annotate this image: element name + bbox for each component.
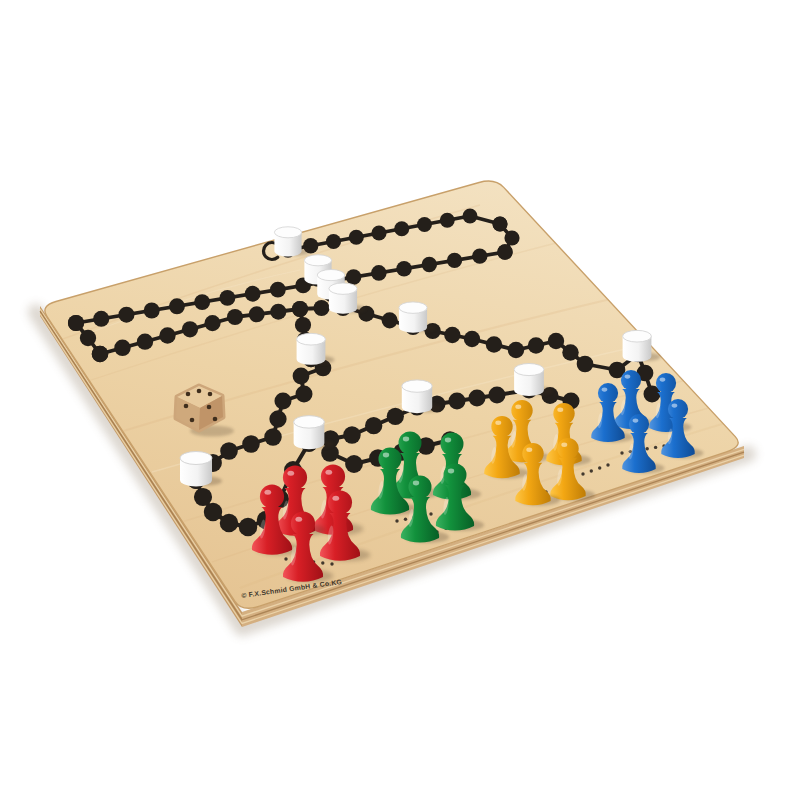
track-dot [137, 333, 153, 349]
track-dot [93, 311, 109, 327]
track-dot [486, 336, 502, 352]
pawn-highlight [633, 418, 639, 422]
start-dotted-line [395, 519, 398, 522]
die-pip [197, 389, 202, 394]
track-dot [508, 342, 524, 358]
barricade-top [399, 302, 427, 313]
pawn-head [491, 416, 512, 437]
track-dot [528, 337, 544, 353]
track-dot [497, 244, 512, 259]
track-dot [371, 265, 387, 281]
pawn-highlight [602, 387, 608, 391]
barricade-top [180, 452, 212, 465]
pawn-head [557, 438, 578, 459]
track-dot [245, 286, 261, 302]
track-dot [345, 455, 363, 473]
track-dot [293, 368, 310, 385]
pawn-head [629, 414, 649, 434]
track-dot [114, 340, 130, 356]
track-dot [249, 306, 265, 322]
track-dot [371, 225, 386, 240]
track-dot [447, 253, 462, 268]
track-dot [80, 330, 96, 346]
die-pip [186, 392, 191, 397]
pawn-head [598, 383, 618, 403]
track-dot [220, 514, 238, 532]
start-dotted-line [598, 466, 601, 469]
track-dot [468, 389, 485, 406]
barricade-top [623, 330, 652, 342]
track-dot [417, 217, 432, 232]
track-dot [239, 518, 258, 537]
barricade-board-photo: © F.X.Schmid GmbH & Co.KG [0, 0, 800, 800]
track-dot [92, 346, 109, 363]
track-dot [314, 300, 330, 316]
track-dot [274, 392, 291, 409]
track-dot [463, 209, 478, 224]
pawn-highlight [445, 438, 451, 443]
start-dotted-line [606, 463, 609, 466]
track-dot [387, 408, 404, 425]
track-dot [346, 269, 362, 285]
pawn-highlight [413, 481, 419, 486]
track-dot [365, 417, 382, 434]
start-dotted-line [646, 447, 649, 450]
start-dotted-line [404, 518, 407, 521]
pawn-head [260, 484, 284, 508]
track-dot [444, 327, 460, 343]
barricade-top [317, 269, 345, 280]
barricade-top [294, 416, 325, 428]
barricade-top [329, 283, 357, 294]
pawn-head [409, 476, 432, 499]
pawn-highlight [448, 469, 454, 474]
start-dotted-line [581, 472, 584, 475]
die-pip [208, 392, 213, 397]
track-dot [422, 257, 437, 272]
track-dot [270, 304, 286, 320]
track-dot [394, 221, 409, 236]
track-dot [464, 331, 480, 347]
pawn-highlight [561, 443, 567, 447]
pawn-highlight [526, 448, 532, 452]
track-dot [504, 230, 519, 245]
pawn-head [283, 465, 307, 489]
track-dot [382, 312, 398, 328]
track-dot [68, 315, 84, 331]
track-dot [159, 327, 175, 343]
pawn-head [399, 432, 422, 455]
track-dot [343, 426, 360, 443]
track-dot [489, 387, 506, 404]
start-dotted-line [620, 451, 623, 454]
die-pip [207, 405, 212, 410]
pawn-highlight [287, 471, 294, 476]
track-dot [144, 302, 160, 318]
die-pip [184, 404, 189, 409]
pawn-head [441, 433, 464, 456]
barricade-piece[interactable] [623, 330, 661, 362]
track-dot [448, 392, 465, 409]
track-dot [227, 309, 243, 325]
track-dot [349, 230, 364, 245]
track-dot [194, 294, 210, 310]
pawn-head [522, 443, 543, 464]
pawn-highlight [325, 470, 332, 475]
barricade-top [274, 227, 301, 238]
pawn-highlight [660, 377, 666, 381]
barricade-top [304, 255, 331, 266]
track-dot [472, 248, 487, 263]
pawn-head [621, 370, 641, 390]
track-dot [182, 321, 198, 337]
start-dotted-line [590, 469, 593, 472]
track-dot [396, 261, 412, 277]
pawn-head [379, 448, 402, 471]
pawn-highlight [332, 496, 339, 501]
track-dot [269, 410, 286, 427]
pawn-head [321, 464, 345, 488]
track-dot [219, 290, 235, 306]
product-photo-canvas: © F.X.Schmid GmbH & Co.KG [0, 0, 800, 800]
track-dot [204, 315, 220, 331]
pawn-head [511, 400, 532, 421]
track-dot [220, 442, 238, 460]
pawn-highlight [295, 517, 302, 522]
track-dot [296, 386, 313, 403]
pawn-highlight [557, 408, 563, 412]
track-dot [548, 333, 564, 349]
track-dot [440, 213, 455, 228]
pawn-head [656, 373, 676, 393]
track-dot [242, 435, 260, 453]
track-dot [264, 428, 281, 445]
track-dot [118, 307, 134, 323]
barricade-top [402, 380, 432, 392]
track-dot [326, 234, 341, 249]
pawn-head [553, 403, 574, 424]
track-dot [562, 344, 578, 360]
barricade-top [514, 363, 544, 375]
die-pip [213, 417, 218, 422]
start-dotted-line [429, 512, 432, 515]
pawn-head [291, 511, 315, 535]
track-dot [204, 503, 222, 521]
start-dotted-line [654, 446, 657, 449]
pawn-highlight [625, 374, 631, 378]
pawn-highlight [383, 453, 389, 458]
track-dot [169, 298, 185, 314]
pawn-head [444, 464, 467, 487]
pawn-highlight [515, 405, 521, 409]
pawn-highlight [403, 437, 409, 442]
start-dotted-line [284, 557, 287, 560]
track-dot [194, 488, 212, 506]
track-dot [270, 282, 286, 298]
start-dotted-line [321, 561, 324, 564]
pawn-head [328, 490, 352, 514]
pawn-highlight [264, 490, 271, 495]
die-pip [190, 418, 195, 423]
pawn-highlight [672, 403, 678, 407]
track-dot [295, 317, 311, 333]
track-dot [577, 356, 594, 373]
barricade-top [297, 333, 326, 345]
track-dot [493, 217, 508, 232]
board-surface-layer [40, 181, 744, 627]
pawn-highlight [495, 421, 501, 425]
start-dotted-line [330, 562, 333, 565]
pawn-head [668, 399, 688, 419]
track-dot [292, 301, 308, 317]
